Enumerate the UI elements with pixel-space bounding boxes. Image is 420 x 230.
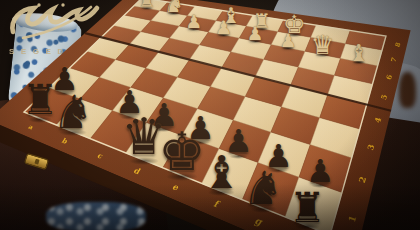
piece-black-knight-g1[interactable]: ♞ <box>243 165 284 211</box>
piece-white-queen-g7[interactable]: ♛ <box>311 31 335 57</box>
piece-white-pawn-e7[interactable]: ♟ <box>247 26 264 45</box>
chess-photo-scene: abcdefgh12345678 ♜♞♝♜♚♟♟♟♟♛♝♟♟♟♟♟♟♟♜♞♛♚♝… <box>0 0 420 230</box>
piece-white-pawn-f7[interactable]: ♟ <box>280 32 297 51</box>
piece-black-bishop-f1[interactable]: ♝ <box>201 149 241 194</box>
brand-calligraphy-icon <box>3 2 107 42</box>
piece-white-rook-a8[interactable]: ♜ <box>138 0 156 11</box>
piece-black-rook-h1[interactable]: ♜ <box>289 187 326 228</box>
piece-white-knight-b8[interactable]: ♞ <box>164 0 184 16</box>
piece-black-king-e1[interactable]: ♚ <box>158 126 205 179</box>
brand-watermark: SEGED <box>3 2 113 56</box>
piece-black-knight-b1[interactable]: ♞ <box>53 89 94 135</box>
piece-white-pawn-d7[interactable]: ♟ <box>215 19 232 38</box>
brand-letters: SEGED <box>3 47 113 56</box>
piece-white-bishop-h7[interactable]: ♝ <box>348 41 369 64</box>
piece-white-pawn-c7[interactable]: ♟ <box>185 13 202 32</box>
